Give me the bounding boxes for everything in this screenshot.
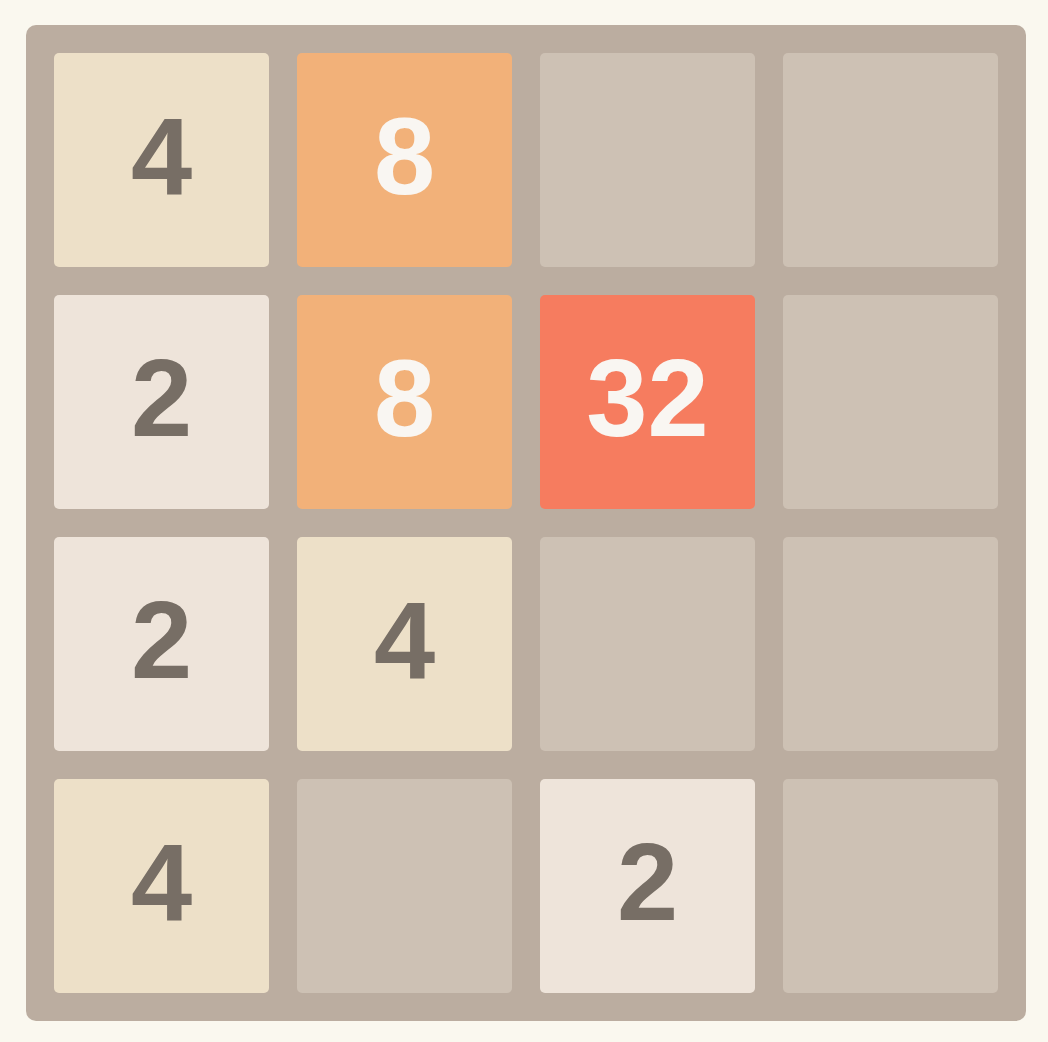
tile-4: 4 [297,537,512,751]
tile-value: 2 [131,585,192,695]
tile-value: 32 [586,343,708,453]
empty-cell [783,295,998,509]
tile-value: 4 [131,101,192,211]
tile-value: 8 [374,343,435,453]
empty-cell [783,779,998,993]
tile-value: 2 [617,827,678,937]
tile-4: 4 [54,53,269,267]
tile-value: 4 [374,585,435,695]
empty-cell [540,537,755,751]
empty-cell [540,53,755,267]
empty-cell [783,53,998,267]
empty-cell [297,779,512,993]
tile-2: 2 [54,537,269,751]
tile-2: 2 [540,779,755,993]
tile-value: 8 [374,101,435,211]
page-background: 4828322442 [0,0,1048,1042]
tile-4: 4 [54,779,269,993]
tile-8: 8 [297,53,512,267]
tile-value: 4 [131,827,192,937]
empty-cell [783,537,998,751]
board[interactable]: 4828322442 [26,25,1026,1021]
tile-32: 32 [540,295,755,509]
tile-2: 2 [54,295,269,509]
tile-8: 8 [297,295,512,509]
tile-value: 2 [131,343,192,453]
